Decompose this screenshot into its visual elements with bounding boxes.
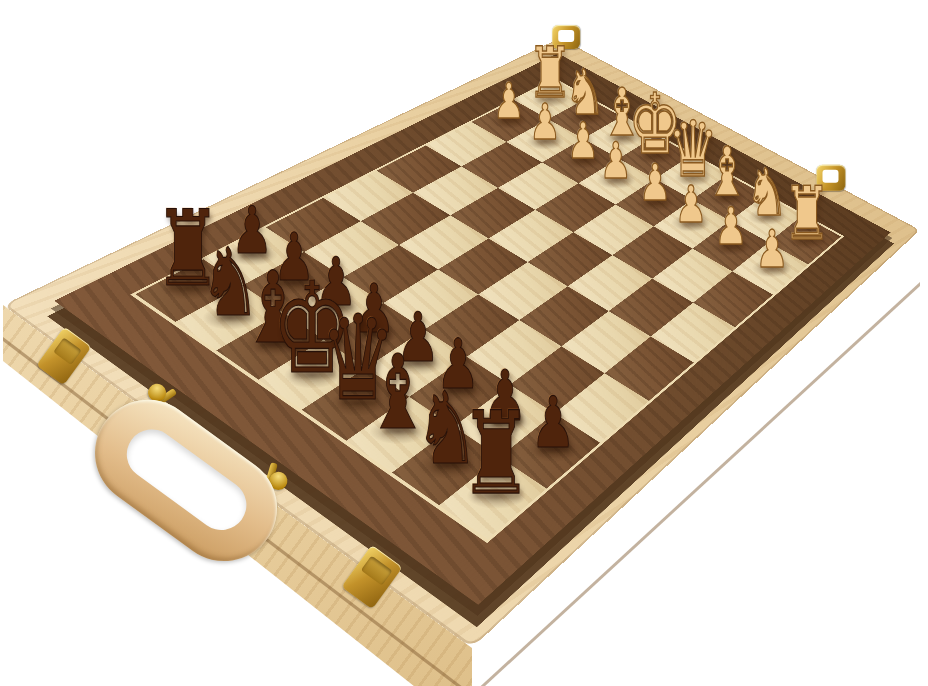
chess-board bbox=[130, 78, 844, 543]
case-lid-surface bbox=[3, 38, 920, 648]
chess-set-photo: ♜♞♟♝♟♚♟♛♟♝♟♞♟♜♟♟♟♟♜♟♞♟♝♟♚♟♛♟♝♟♞♜ bbox=[0, 0, 928, 686]
board-walnut-border bbox=[54, 53, 890, 604]
case-top bbox=[0, 0, 928, 686]
